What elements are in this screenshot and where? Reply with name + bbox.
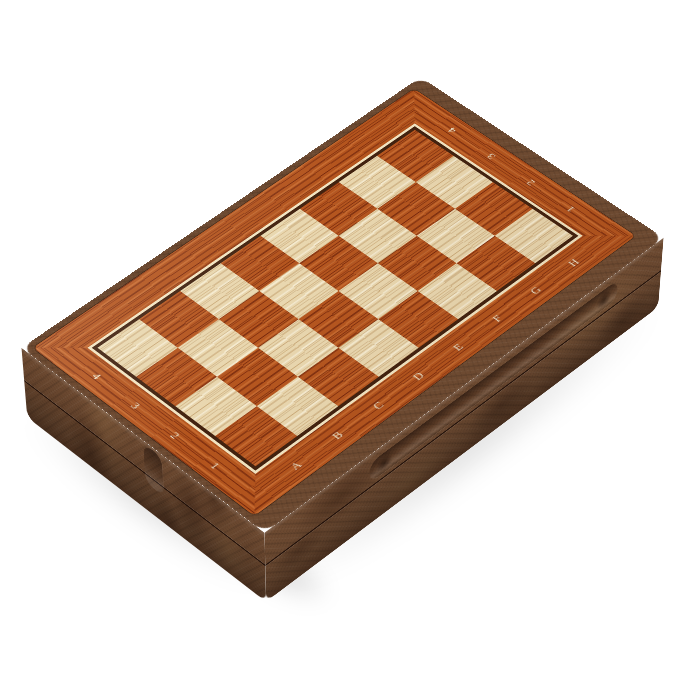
square-c1 bbox=[298, 348, 379, 406]
square-a3 bbox=[136, 348, 217, 406]
scene-perspective: ABCDEFGH 4321 4321 bbox=[0, 0, 700, 700]
square-a4 bbox=[97, 319, 177, 377]
file-label-f: F bbox=[463, 295, 530, 343]
square-e1 bbox=[378, 291, 458, 348]
product-photo-stage: ABCDEFGH 4321 4321 bbox=[0, 0, 700, 700]
square-d1 bbox=[338, 319, 418, 377]
square-b4 bbox=[139, 291, 219, 348]
square-a1 bbox=[215, 406, 297, 466]
square-c3 bbox=[219, 291, 299, 348]
square-b1 bbox=[257, 377, 338, 436]
thumb-notch bbox=[143, 443, 163, 496]
square-a2 bbox=[175, 377, 256, 436]
square-b2 bbox=[217, 348, 298, 406]
square-d2 bbox=[299, 291, 379, 348]
file-label-a: A bbox=[261, 440, 330, 491]
file-label-e: E bbox=[424, 323, 491, 371]
file-label-b: B bbox=[302, 410, 371, 460]
file-label-d: D bbox=[384, 351, 452, 400]
file-label-c: C bbox=[343, 380, 411, 430]
folded-chess-case: ABCDEFGH 4321 4321 bbox=[21, 77, 663, 532]
square-c2 bbox=[258, 319, 338, 377]
square-b3 bbox=[178, 319, 258, 377]
